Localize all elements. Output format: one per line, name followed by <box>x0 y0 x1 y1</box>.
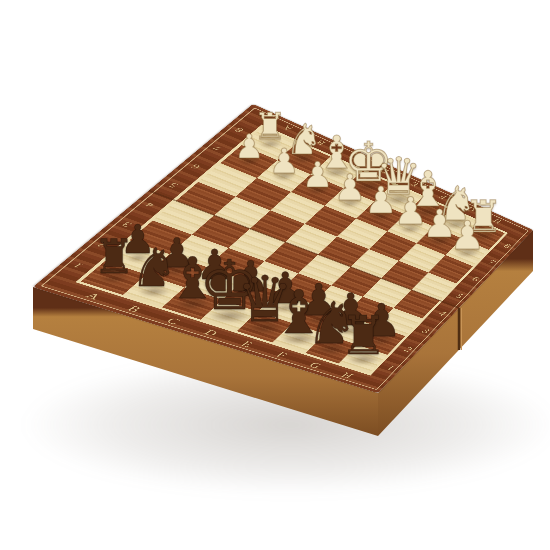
piece-black-rook-h1[interactable]: ♜ <box>318 310 408 363</box>
file-label-h: H <box>333 368 360 383</box>
piece-white-pawn-h7[interactable]: ♟ <box>422 216 512 255</box>
product-photo-scene: A8A8B7B7C6C6D5D5E4E4F3F3G2G2H1H1 ♜♞♝♚♛♝♞… <box>0 0 550 550</box>
